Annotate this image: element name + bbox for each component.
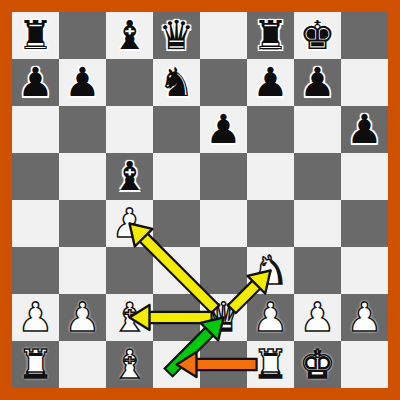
piece-white-rook: ♜ <box>12 341 59 388</box>
square-a7[interactable]: ♟ <box>12 59 59 106</box>
piece-black-king: ♚ <box>294 12 341 59</box>
piece-white-knight: ♞ <box>247 247 294 294</box>
piece-black-pawn: ♟ <box>247 59 294 106</box>
square-f1[interactable]: ♜ <box>247 341 294 388</box>
square-e1[interactable] <box>200 341 247 388</box>
square-a2[interactable]: ♟ <box>12 294 59 341</box>
piece-black-rook: ♜ <box>247 12 294 59</box>
square-g4[interactable] <box>294 200 341 247</box>
square-d6[interactable] <box>153 106 200 153</box>
piece-white-pawn: ♟ <box>247 294 294 341</box>
square-e6[interactable]: ♟ <box>200 106 247 153</box>
piece-black-pawn: ♟ <box>200 106 247 153</box>
square-h7[interactable] <box>341 59 388 106</box>
piece-black-pawn: ♟ <box>341 106 388 153</box>
piece-white-rook: ♜ <box>247 341 294 388</box>
square-e5[interactable] <box>200 153 247 200</box>
piece-black-bishop: ♝ <box>106 153 153 200</box>
square-a3[interactable] <box>12 247 59 294</box>
square-a5[interactable] <box>12 153 59 200</box>
square-d2[interactable] <box>153 294 200 341</box>
square-e3[interactable] <box>200 247 247 294</box>
square-h1[interactable] <box>341 341 388 388</box>
square-d3[interactable] <box>153 247 200 294</box>
square-a6[interactable] <box>12 106 59 153</box>
square-b2[interactable]: ♟ <box>59 294 106 341</box>
square-d5[interactable] <box>153 153 200 200</box>
square-e7[interactable] <box>200 59 247 106</box>
square-h4[interactable] <box>341 200 388 247</box>
square-d8[interactable]: ♛ <box>153 12 200 59</box>
square-b4[interactable] <box>59 200 106 247</box>
square-b8[interactable] <box>59 12 106 59</box>
square-d7[interactable]: ♞ <box>153 59 200 106</box>
square-h3[interactable] <box>341 247 388 294</box>
square-g8[interactable]: ♚ <box>294 12 341 59</box>
square-g1[interactable]: ♚ <box>294 341 341 388</box>
square-a4[interactable] <box>12 200 59 247</box>
square-b3[interactable] <box>59 247 106 294</box>
square-c4[interactable]: ♟ <box>106 200 153 247</box>
square-c6[interactable] <box>106 106 153 153</box>
piece-white-queen: ♛ <box>200 294 247 341</box>
square-h8[interactable] <box>341 12 388 59</box>
square-h2[interactable]: ♟ <box>341 294 388 341</box>
square-c8[interactable]: ♝ <box>106 12 153 59</box>
square-h5[interactable] <box>341 153 388 200</box>
square-a1[interactable]: ♜ <box>12 341 59 388</box>
piece-black-pawn: ♟ <box>59 59 106 106</box>
square-f8[interactable]: ♜ <box>247 12 294 59</box>
square-b5[interactable] <box>59 153 106 200</box>
square-g7[interactable]: ♟ <box>294 59 341 106</box>
piece-white-pawn: ♟ <box>106 200 153 247</box>
square-c2[interactable]: ♝ <box>106 294 153 341</box>
square-c3[interactable] <box>106 247 153 294</box>
square-f2[interactable]: ♟ <box>247 294 294 341</box>
piece-white-pawn: ♟ <box>59 294 106 341</box>
square-g5[interactable] <box>294 153 341 200</box>
square-e4[interactable] <box>200 200 247 247</box>
piece-black-queen: ♛ <box>153 12 200 59</box>
piece-white-pawn: ♟ <box>12 294 59 341</box>
piece-white-bishop: ♝ <box>106 294 153 341</box>
square-d1[interactable] <box>153 341 200 388</box>
piece-white-king: ♚ <box>294 341 341 388</box>
chess-analysis-screenshot: ♜♝♛♜♚♟♟♞♟♟♟♟♝♟♞♟♟♝♛♟♟♟♜♝♜♚ <box>0 0 400 400</box>
square-f5[interactable] <box>247 153 294 200</box>
chess-board[interactable]: ♜♝♛♜♚♟♟♞♟♟♟♟♝♟♞♟♟♝♛♟♟♟♜♝♜♚ <box>12 12 388 388</box>
square-g6[interactable] <box>294 106 341 153</box>
square-g2[interactable]: ♟ <box>294 294 341 341</box>
piece-white-pawn: ♟ <box>341 294 388 341</box>
square-f6[interactable] <box>247 106 294 153</box>
square-g3[interactable] <box>294 247 341 294</box>
piece-black-rook: ♜ <box>12 12 59 59</box>
square-c5[interactable]: ♝ <box>106 153 153 200</box>
piece-black-knight: ♞ <box>153 59 200 106</box>
piece-white-bishop: ♝ <box>106 341 153 388</box>
square-h6[interactable]: ♟ <box>341 106 388 153</box>
piece-black-bishop: ♝ <box>106 12 153 59</box>
square-b1[interactable] <box>59 341 106 388</box>
board-frame: ♜♝♛♜♚♟♟♞♟♟♟♟♝♟♞♟♟♝♛♟♟♟♜♝♜♚ <box>0 0 400 400</box>
square-f7[interactable]: ♟ <box>247 59 294 106</box>
square-f3[interactable]: ♞ <box>247 247 294 294</box>
square-e8[interactable] <box>200 12 247 59</box>
square-c7[interactable] <box>106 59 153 106</box>
square-b6[interactable] <box>59 106 106 153</box>
square-d4[interactable] <box>153 200 200 247</box>
piece-black-pawn: ♟ <box>12 59 59 106</box>
piece-black-pawn: ♟ <box>294 59 341 106</box>
square-a8[interactable]: ♜ <box>12 12 59 59</box>
piece-white-pawn: ♟ <box>294 294 341 341</box>
square-b7[interactable]: ♟ <box>59 59 106 106</box>
square-e2[interactable]: ♛ <box>200 294 247 341</box>
square-c1[interactable]: ♝ <box>106 341 153 388</box>
square-f4[interactable] <box>247 200 294 247</box>
